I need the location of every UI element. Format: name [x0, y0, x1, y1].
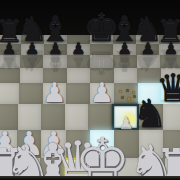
white-pawn-e4[interactable]: ♟ [90, 79, 114, 106]
black-pawn-d7[interactable]: ♟ [71, 41, 85, 57]
black-pawn-a7[interactable]: ♟ [2, 41, 16, 57]
square-a5[interactable] [0, 68, 20, 83]
black-pawn-g7[interactable]: ♟ [141, 41, 155, 57]
square-b4[interactable] [19, 83, 43, 104]
square-d4[interactable] [66, 83, 90, 104]
black-pawn-f7[interactable]: ♟ [118, 41, 132, 57]
square-a4[interactable] [0, 83, 19, 104]
square-f5[interactable] [114, 68, 138, 83]
white-pawn-c4[interactable]: ♟ [42, 79, 66, 106]
white-king-e1[interactable]: ♚ [74, 130, 130, 180]
white-rook-h1[interactable]: ♜ [154, 142, 180, 180]
square-b5[interactable] [20, 68, 44, 83]
board-front-edge [0, 176, 180, 180]
black-knight-g3[interactable]: ♞ [133, 94, 168, 133]
black-pawn-h7[interactable]: ♟ [164, 41, 178, 57]
square-d5[interactable] [67, 68, 91, 83]
chess-app-3d-board: ♜♜♞♞♝♝♚♚♝♝♞♞♜♜♟♟♟♟♟♟♟♟♟♟♟♟♟♟♛♟♟♞♟♟♟♟♜♞♝♛… [0, 0, 180, 180]
black-pawn-c7[interactable]: ♟ [48, 41, 62, 57]
black-pawn-b7[interactable]: ♟ [25, 41, 39, 57]
square-e6[interactable] [90, 55, 113, 68]
